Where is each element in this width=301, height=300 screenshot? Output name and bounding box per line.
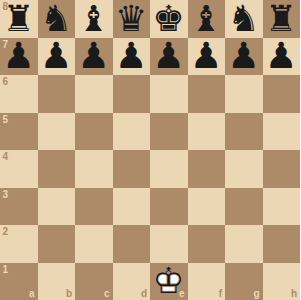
- black-pawn-piece[interactable]: ♟: [38, 38, 76, 76]
- square-h7[interactable]: ♟: [263, 38, 301, 76]
- square-e3[interactable]: [150, 188, 188, 226]
- square-a6[interactable]: 6: [0, 75, 38, 113]
- square-g4[interactable]: [225, 150, 263, 188]
- square-f7[interactable]: ♟: [188, 38, 226, 76]
- black-pawn-piece[interactable]: ♟: [188, 38, 226, 76]
- file-label-c: c: [104, 288, 110, 299]
- square-e4[interactable]: [150, 150, 188, 188]
- square-d8[interactable]: ♛: [113, 0, 151, 38]
- black-knight-icon: ♞: [225, 0, 263, 38]
- black-knight-piece[interactable]: ♞: [38, 0, 76, 38]
- black-pawn-icon: ♟: [263, 38, 301, 76]
- square-c2[interactable]: [75, 225, 113, 263]
- black-pawn-icon: ♟: [38, 38, 76, 76]
- rank-label-4: 4: [3, 151, 9, 162]
- square-d5[interactable]: [113, 113, 151, 151]
- black-pawn-piece[interactable]: ♟: [75, 38, 113, 76]
- file-label-f: f: [219, 288, 222, 299]
- square-e5[interactable]: [150, 113, 188, 151]
- square-a5[interactable]: 5: [0, 113, 38, 151]
- rank-label-1: 1: [3, 264, 9, 275]
- square-c6[interactable]: [75, 75, 113, 113]
- black-queen-icon: ♛: [113, 0, 151, 38]
- black-queen-piece[interactable]: ♛: [113, 0, 151, 38]
- square-f4[interactable]: [188, 150, 226, 188]
- square-d7[interactable]: ♟: [113, 38, 151, 76]
- square-d1[interactable]: d: [113, 263, 151, 300]
- black-pawn-icon: ♟: [75, 38, 113, 76]
- chess-board: 8♜♞♝♛♚♝♞♜7♟♟♟♟♟♟♟♟654321abcde♚♔fgh: [0, 0, 300, 300]
- square-a3[interactable]: 3: [0, 188, 38, 226]
- square-b5[interactable]: [38, 113, 76, 151]
- square-g1[interactable]: g: [225, 263, 263, 300]
- file-label-h: h: [291, 288, 297, 299]
- black-pawn-piece[interactable]: ♟: [113, 38, 151, 76]
- black-pawn-piece[interactable]: ♟: [150, 38, 188, 76]
- rank-label-5: 5: [3, 114, 9, 125]
- black-bishop-icon: ♝: [188, 0, 226, 38]
- square-g3[interactable]: [225, 188, 263, 226]
- square-b8[interactable]: ♞: [38, 0, 76, 38]
- chess-board-container: 8♜♞♝♛♚♝♞♜7♟♟♟♟♟♟♟♟654321abcde♚♔fgh: [0, 0, 300, 300]
- black-knight-piece[interactable]: ♞: [225, 0, 263, 38]
- black-king-piece[interactable]: ♚: [150, 0, 188, 38]
- square-f3[interactable]: [188, 188, 226, 226]
- black-rook-piece[interactable]: ♜: [263, 0, 301, 38]
- file-label-b: b: [66, 288, 72, 299]
- square-e2[interactable]: [150, 225, 188, 263]
- black-rook-icon: ♜: [263, 0, 301, 38]
- square-c5[interactable]: [75, 113, 113, 151]
- black-pawn-piece[interactable]: ♟: [263, 38, 301, 76]
- black-pawn-piece[interactable]: ♟: [225, 38, 263, 76]
- rank-label-3: 3: [3, 189, 9, 200]
- square-c4[interactable]: [75, 150, 113, 188]
- square-h2[interactable]: [263, 225, 301, 263]
- square-c7[interactable]: ♟: [75, 38, 113, 76]
- square-f2[interactable]: [188, 225, 226, 263]
- black-rook-icon: ♜: [0, 0, 38, 38]
- square-d4[interactable]: [113, 150, 151, 188]
- black-bishop-piece[interactable]: ♝: [75, 0, 113, 38]
- square-c3[interactable]: [75, 188, 113, 226]
- square-h1[interactable]: h: [263, 263, 301, 300]
- rank-label-2: 2: [3, 226, 9, 237]
- square-d2[interactable]: [113, 225, 151, 263]
- square-b4[interactable]: [38, 150, 76, 188]
- square-g5[interactable]: [225, 113, 263, 151]
- square-h4[interactable]: [263, 150, 301, 188]
- square-a1[interactable]: 1a: [0, 263, 38, 300]
- black-pawn-icon: ♟: [0, 38, 38, 76]
- black-knight-icon: ♞: [38, 0, 76, 38]
- square-f5[interactable]: [188, 113, 226, 151]
- square-f8[interactable]: ♝: [188, 0, 226, 38]
- square-h3[interactable]: [263, 188, 301, 226]
- black-king-icon: ♚: [150, 0, 188, 38]
- square-b3[interactable]: [38, 188, 76, 226]
- square-f6[interactable]: [188, 75, 226, 113]
- square-h8[interactable]: ♜: [263, 0, 301, 38]
- square-h6[interactable]: [263, 75, 301, 113]
- black-pawn-icon: ♟: [188, 38, 226, 76]
- black-bishop-icon: ♝: [75, 0, 113, 38]
- square-b6[interactable]: [38, 75, 76, 113]
- file-label-a: a: [29, 288, 35, 299]
- square-b1[interactable]: b: [38, 263, 76, 300]
- square-g6[interactable]: [225, 75, 263, 113]
- square-g8[interactable]: ♞: [225, 0, 263, 38]
- black-pawn-icon: ♟: [113, 38, 151, 76]
- square-f1[interactable]: f: [188, 263, 226, 300]
- black-pawn-icon: ♟: [150, 38, 188, 76]
- file-label-d: d: [141, 288, 147, 299]
- square-b7[interactable]: ♟: [38, 38, 76, 76]
- square-a8[interactable]: 8♜: [0, 0, 38, 38]
- square-d6[interactable]: [113, 75, 151, 113]
- square-d3[interactable]: [113, 188, 151, 226]
- square-c8[interactable]: ♝: [75, 0, 113, 38]
- square-c1[interactable]: c: [75, 263, 113, 300]
- square-g7[interactable]: ♟: [225, 38, 263, 76]
- square-e6[interactable]: [150, 75, 188, 113]
- white-king-piece[interactable]: ♚♔: [150, 263, 188, 300]
- square-a4[interactable]: 4: [0, 150, 38, 188]
- square-a2[interactable]: 2: [0, 225, 38, 263]
- black-pawn-piece[interactable]: ♟: [0, 38, 38, 76]
- black-pawn-icon: ♟: [225, 38, 263, 76]
- square-g2[interactable]: [225, 225, 263, 263]
- square-b2[interactable]: [38, 225, 76, 263]
- black-rook-piece[interactable]: ♜: [0, 0, 38, 38]
- file-label-g: g: [253, 288, 259, 299]
- square-h5[interactable]: [263, 113, 301, 151]
- square-a7[interactable]: 7♟: [0, 38, 38, 76]
- rank-label-6: 6: [3, 76, 9, 87]
- square-e1[interactable]: e♚♔: [150, 263, 188, 300]
- white-king-icon: ♔: [150, 263, 188, 300]
- square-e8[interactable]: ♚: [150, 0, 188, 38]
- square-e7[interactable]: ♟: [150, 38, 188, 76]
- black-bishop-piece[interactable]: ♝: [188, 0, 226, 38]
